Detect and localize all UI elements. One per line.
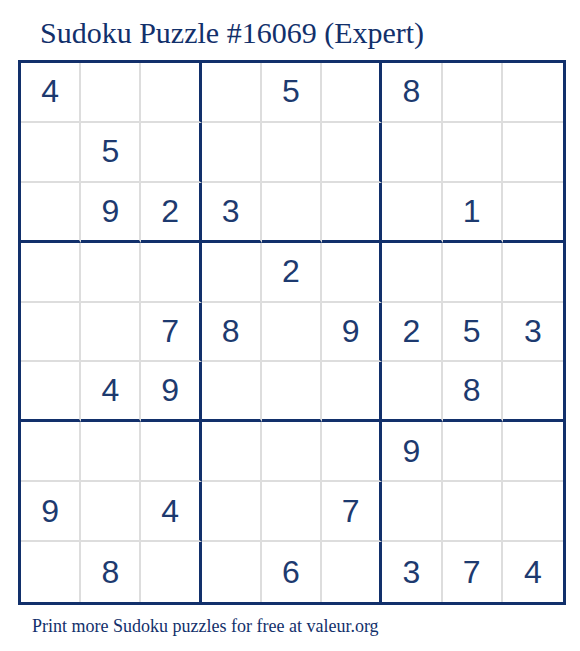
sudoku-cell-r6c5 <box>262 362 322 422</box>
cell-digit: 5 <box>101 133 119 170</box>
sudoku-board: 458592312789253498994786374 <box>18 60 566 605</box>
cell-digit: 2 <box>282 253 300 290</box>
footer-text: Print more Sudoku puzzles for free at va… <box>32 616 379 637</box>
sudoku-cell-r9c7: 3 <box>382 542 442 602</box>
sudoku-cell-r7c8 <box>443 422 503 482</box>
sudoku-cell-r8c9 <box>503 482 563 542</box>
sudoku-cell-r4c3 <box>141 243 201 303</box>
cell-digit: 3 <box>222 193 240 230</box>
sudoku-cell-r7c1 <box>21 422 81 482</box>
cell-digit: 4 <box>101 372 119 409</box>
sudoku-cell-r2c2: 5 <box>81 123 141 183</box>
sudoku-cell-r9c1 <box>21 542 81 602</box>
sudoku-cell-r3c5 <box>262 183 322 243</box>
sudoku-cell-r1c4 <box>202 63 262 123</box>
sudoku-cell-r3c7 <box>382 183 442 243</box>
sudoku-cell-r5c8: 5 <box>443 303 503 363</box>
sudoku-cell-r6c6 <box>322 362 382 422</box>
sudoku-cell-r5c6: 9 <box>322 303 382 363</box>
cell-digit: 4 <box>161 493 179 530</box>
sudoku-cell-r8c7 <box>382 482 442 542</box>
cell-digit: 3 <box>403 554 421 591</box>
sudoku-cell-r9c3 <box>141 542 201 602</box>
sudoku-cell-r5c9: 3 <box>503 303 563 363</box>
sudoku-cell-r9c2: 8 <box>81 542 141 602</box>
cell-digit: 1 <box>463 193 481 230</box>
sudoku-cell-r4c5: 2 <box>262 243 322 303</box>
sudoku-cell-r2c4 <box>202 123 262 183</box>
sudoku-cell-r6c1 <box>21 362 81 422</box>
sudoku-cell-r4c7 <box>382 243 442 303</box>
sudoku-cell-r1c7: 8 <box>382 63 442 123</box>
sudoku-cell-r1c1: 4 <box>21 63 81 123</box>
cell-digit: 2 <box>161 193 179 230</box>
sudoku-cell-r6c8: 8 <box>443 362 503 422</box>
sudoku-cell-r8c2 <box>81 482 141 542</box>
sudoku-cell-r1c6 <box>322 63 382 123</box>
sudoku-cell-r1c5: 5 <box>262 63 322 123</box>
sudoku-cell-r1c3 <box>141 63 201 123</box>
sudoku-cell-r4c2 <box>81 243 141 303</box>
sudoku-cell-r9c9: 4 <box>503 542 563 602</box>
sudoku-cell-r3c8: 1 <box>443 183 503 243</box>
sudoku-cell-r1c8 <box>443 63 503 123</box>
sudoku-cell-r6c9 <box>503 362 563 422</box>
cell-digit: 3 <box>524 313 542 350</box>
sudoku-cell-r7c2 <box>81 422 141 482</box>
cell-digit: 8 <box>403 73 421 110</box>
sudoku-cell-r6c7 <box>382 362 442 422</box>
cell-digit: 5 <box>463 313 481 350</box>
sudoku-cell-r8c5 <box>262 482 322 542</box>
page-title: Sudoku Puzzle #16069 (Expert) <box>40 16 424 50</box>
sudoku-cell-r2c1 <box>21 123 81 183</box>
sudoku-cell-r7c5 <box>262 422 322 482</box>
sudoku-cell-r5c2 <box>81 303 141 363</box>
sudoku-cell-r7c9 <box>503 422 563 482</box>
cell-digit: 2 <box>403 313 421 350</box>
cell-digit: 9 <box>403 433 421 470</box>
cell-digit: 4 <box>41 73 59 110</box>
cell-digit: 8 <box>463 372 481 409</box>
sudoku-cell-r9c6 <box>322 542 382 602</box>
cell-digit: 5 <box>282 73 300 110</box>
sudoku-cell-r9c8: 7 <box>443 542 503 602</box>
sudoku-cell-r6c2: 4 <box>81 362 141 422</box>
sudoku-page: Sudoku Puzzle #16069 (Expert) 4585923127… <box>0 0 580 651</box>
sudoku-cell-r4c8 <box>443 243 503 303</box>
sudoku-cell-r8c4 <box>202 482 262 542</box>
sudoku-cell-r9c4 <box>202 542 262 602</box>
sudoku-cell-r4c4 <box>202 243 262 303</box>
sudoku-cell-r8c3: 4 <box>141 482 201 542</box>
sudoku-cell-r1c2 <box>81 63 141 123</box>
sudoku-cell-r4c9 <box>503 243 563 303</box>
sudoku-cell-r8c1: 9 <box>21 482 81 542</box>
sudoku-cell-r3c6 <box>322 183 382 243</box>
sudoku-cell-r3c2: 9 <box>81 183 141 243</box>
sudoku-cell-r3c9 <box>503 183 563 243</box>
sudoku-cell-r8c8 <box>443 482 503 542</box>
sudoku-cell-r3c3: 2 <box>141 183 201 243</box>
sudoku-cell-r1c9 <box>503 63 563 123</box>
sudoku-cell-r3c1 <box>21 183 81 243</box>
sudoku-cell-r5c5 <box>262 303 322 363</box>
sudoku-cell-r5c3: 7 <box>141 303 201 363</box>
sudoku-cell-r2c5 <box>262 123 322 183</box>
sudoku-cell-r2c7 <box>382 123 442 183</box>
sudoku-cell-r2c6 <box>322 123 382 183</box>
cell-digit: 7 <box>463 554 481 591</box>
cell-digit: 8 <box>222 313 240 350</box>
cell-digit: 4 <box>524 554 542 591</box>
sudoku-cell-r3c4: 3 <box>202 183 262 243</box>
sudoku-cell-r6c4 <box>202 362 262 422</box>
cell-digit: 9 <box>342 313 360 350</box>
sudoku-cell-r5c4: 8 <box>202 303 262 363</box>
sudoku-cell-r7c4 <box>202 422 262 482</box>
sudoku-cell-r6c3: 9 <box>141 362 201 422</box>
sudoku-cell-r9c5: 6 <box>262 542 322 602</box>
sudoku-cell-r7c6 <box>322 422 382 482</box>
cell-digit: 6 <box>282 554 300 591</box>
sudoku-cell-r2c3 <box>141 123 201 183</box>
sudoku-cell-r5c1 <box>21 303 81 363</box>
cell-digit: 7 <box>161 313 179 350</box>
cell-digit: 9 <box>41 493 59 530</box>
sudoku-cell-r7c7: 9 <box>382 422 442 482</box>
sudoku-cell-r4c6 <box>322 243 382 303</box>
cell-digit: 9 <box>101 193 119 230</box>
sudoku-cell-r8c6: 7 <box>322 482 382 542</box>
sudoku-cell-r5c7: 2 <box>382 303 442 363</box>
cell-digit: 8 <box>101 554 119 591</box>
cell-digit: 9 <box>161 372 179 409</box>
cell-digit: 7 <box>342 493 360 530</box>
sudoku-cell-r2c8 <box>443 123 503 183</box>
sudoku-cell-r2c9 <box>503 123 563 183</box>
sudoku-cell-r7c3 <box>141 422 201 482</box>
sudoku-cell-r4c1 <box>21 243 81 303</box>
